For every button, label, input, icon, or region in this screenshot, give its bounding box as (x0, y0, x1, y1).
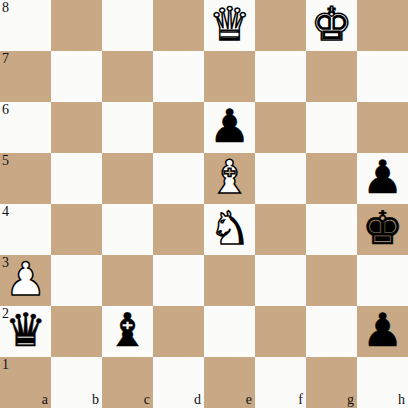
square-f5[interactable] (255, 153, 306, 204)
white-king-g8[interactable]: ♚ (311, 0, 352, 50)
square-g4[interactable] (306, 204, 357, 255)
square-c4[interactable] (102, 204, 153, 255)
square-a2[interactable]: 2♛ (0, 306, 51, 357)
square-e7[interactable] (204, 51, 255, 102)
rank-label-4: 4 (2, 205, 9, 219)
square-a3[interactable]: 3♟ (0, 255, 51, 306)
black-bishop-c2[interactable]: ♝ (107, 305, 148, 356)
square-e3[interactable] (204, 255, 255, 306)
square-f2[interactable] (255, 306, 306, 357)
black-pawn-h5[interactable]: ♟ (362, 152, 403, 203)
square-d4[interactable] (153, 204, 204, 255)
square-d5[interactable] (153, 153, 204, 204)
square-e2[interactable] (204, 306, 255, 357)
square-h2[interactable]: ♟ (357, 306, 408, 357)
square-d8[interactable] (153, 0, 204, 51)
square-e6[interactable]: ♟ (204, 102, 255, 153)
file-label-e: e (246, 393, 252, 407)
square-g8[interactable]: ♚ (306, 0, 357, 51)
square-b7[interactable] (51, 51, 102, 102)
white-bishop-e5[interactable]: ♝ (209, 152, 250, 203)
square-e4[interactable]: ♞ (204, 204, 255, 255)
square-g2[interactable] (306, 306, 357, 357)
rank-label-6: 6 (2, 103, 9, 117)
rank-label-1: 1 (2, 358, 9, 372)
square-h6[interactable] (357, 102, 408, 153)
white-knight-e4[interactable]: ♞ (209, 203, 250, 254)
black-pawn-h2[interactable]: ♟ (362, 305, 403, 356)
square-b2[interactable] (51, 306, 102, 357)
white-queen-e8[interactable]: ♛ (209, 0, 250, 50)
square-h3[interactable] (357, 255, 408, 306)
square-c8[interactable] (102, 0, 153, 51)
square-d7[interactable] (153, 51, 204, 102)
square-g3[interactable] (306, 255, 357, 306)
square-d3[interactable] (153, 255, 204, 306)
square-a1[interactable]: 1a (0, 357, 51, 408)
square-c6[interactable] (102, 102, 153, 153)
square-e5[interactable]: ♝ (204, 153, 255, 204)
square-e8[interactable]: ♛ (204, 0, 255, 51)
square-c1[interactable]: c (102, 357, 153, 408)
square-h4[interactable]: ♚ (357, 204, 408, 255)
rank-label-5: 5 (2, 154, 9, 168)
rank-label-8: 8 (2, 1, 9, 15)
square-f3[interactable] (255, 255, 306, 306)
square-g1[interactable]: g (306, 357, 357, 408)
file-label-a: a (42, 393, 48, 407)
file-label-b: b (92, 393, 99, 407)
rank-label-7: 7 (2, 52, 9, 66)
square-h5[interactable]: ♟ (357, 153, 408, 204)
square-b8[interactable] (51, 0, 102, 51)
square-d6[interactable] (153, 102, 204, 153)
square-f4[interactable] (255, 204, 306, 255)
square-f1[interactable]: f (255, 357, 306, 408)
square-g5[interactable] (306, 153, 357, 204)
square-g7[interactable] (306, 51, 357, 102)
square-b6[interactable] (51, 102, 102, 153)
file-label-g: g (347, 393, 354, 407)
square-f8[interactable] (255, 0, 306, 51)
square-a7[interactable]: 7 (0, 51, 51, 102)
square-b5[interactable] (51, 153, 102, 204)
square-c3[interactable] (102, 255, 153, 306)
square-a6[interactable]: 6 (0, 102, 51, 153)
file-label-h: h (398, 393, 405, 407)
square-f7[interactable] (255, 51, 306, 102)
square-b3[interactable] (51, 255, 102, 306)
square-c5[interactable] (102, 153, 153, 204)
black-pawn-e6[interactable]: ♟ (209, 101, 250, 152)
file-label-c: c (144, 393, 150, 407)
square-f6[interactable] (255, 102, 306, 153)
square-c2[interactable]: ♝ (102, 306, 153, 357)
chess-board: 8♛♚76♟5♝♟4♞♚3♟2♛♝♟1abcdefgh (0, 0, 408, 408)
square-a8[interactable]: 8 (0, 0, 51, 51)
square-b1[interactable]: b (51, 357, 102, 408)
square-h7[interactable] (357, 51, 408, 102)
square-c7[interactable] (102, 51, 153, 102)
square-e1[interactable]: e (204, 357, 255, 408)
square-a4[interactable]: 4 (0, 204, 51, 255)
file-label-f: f (298, 393, 303, 407)
square-d1[interactable]: d (153, 357, 204, 408)
square-b4[interactable] (51, 204, 102, 255)
black-king-h4[interactable]: ♚ (362, 203, 403, 254)
square-h8[interactable] (357, 0, 408, 51)
white-pawn-a3[interactable]: ♟ (5, 254, 46, 305)
square-d2[interactable] (153, 306, 204, 357)
black-queen-a2[interactable]: ♛ (5, 305, 46, 356)
square-h1[interactable]: h (357, 357, 408, 408)
square-g6[interactable] (306, 102, 357, 153)
square-a5[interactable]: 5 (0, 153, 51, 204)
file-label-d: d (194, 393, 201, 407)
